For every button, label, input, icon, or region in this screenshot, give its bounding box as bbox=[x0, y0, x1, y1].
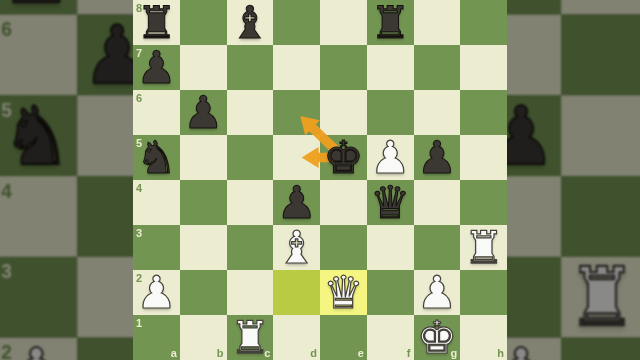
square-b7[interactable] bbox=[180, 45, 227, 90]
square-f2[interactable] bbox=[367, 270, 414, 315]
piece-black-pawn-a7[interactable]: ♟ bbox=[133, 45, 180, 90]
square-c3[interactable] bbox=[227, 225, 274, 270]
square-d1[interactable]: d bbox=[273, 315, 320, 360]
piece-white-rook-h3[interactable]: ♜ bbox=[460, 225, 507, 270]
square-h7[interactable] bbox=[460, 45, 507, 90]
square-h2[interactable] bbox=[460, 270, 507, 315]
bg-square-a4: 4 bbox=[0, 176, 77, 257]
square-c8[interactable]: ♝ bbox=[227, 0, 274, 45]
square-a1[interactable]: 1a bbox=[133, 315, 180, 360]
file-label-d: d bbox=[310, 347, 317, 359]
square-g7[interactable] bbox=[414, 45, 461, 90]
square-g1[interactable]: g♚ bbox=[414, 315, 461, 360]
square-g3[interactable] bbox=[414, 225, 461, 270]
square-d8[interactable] bbox=[273, 0, 320, 45]
square-a7[interactable]: 7♟ bbox=[133, 45, 180, 90]
piece-white-queen-e2[interactable]: ♛ bbox=[320, 270, 367, 315]
rank-label-5: 5 bbox=[1, 99, 12, 121]
bg-square-a6: 6 bbox=[0, 15, 77, 96]
square-d5[interactable] bbox=[273, 135, 320, 180]
square-g2[interactable]: ♟ bbox=[414, 270, 461, 315]
square-b1[interactable]: b bbox=[180, 315, 227, 360]
square-e2[interactable]: ♛ bbox=[320, 270, 367, 315]
square-e8[interactable] bbox=[320, 0, 367, 45]
square-f4[interactable]: ♛ bbox=[367, 180, 414, 225]
file-label-f: f bbox=[407, 347, 411, 359]
piece-white-rook-h3-bg: ♜ bbox=[561, 257, 640, 338]
file-label-a: a bbox=[171, 347, 177, 359]
piece-black-pawn-g5[interactable]: ♟ bbox=[414, 135, 461, 180]
file-label-b: b bbox=[217, 347, 224, 359]
bg-square-a7: 7♟ bbox=[0, 0, 77, 15]
bg-square-h7 bbox=[561, 0, 640, 15]
square-f3[interactable] bbox=[367, 225, 414, 270]
square-a3[interactable]: 3 bbox=[133, 225, 180, 270]
bg-square-h5 bbox=[561, 95, 640, 176]
square-a6[interactable]: 6 bbox=[133, 90, 180, 135]
square-c2[interactable] bbox=[227, 270, 274, 315]
square-a4[interactable]: 4 bbox=[133, 180, 180, 225]
square-g8[interactable] bbox=[414, 0, 461, 45]
square-d3[interactable]: ♝ bbox=[273, 225, 320, 270]
rank-label-3: 3 bbox=[1, 260, 12, 282]
piece-white-rook-c1[interactable]: ♜ bbox=[227, 315, 274, 360]
piece-white-pawn-a2-bg: ♟ bbox=[0, 338, 77, 360]
square-c5[interactable] bbox=[227, 135, 274, 180]
square-b4[interactable] bbox=[180, 180, 227, 225]
piece-white-pawn-a2[interactable]: ♟ bbox=[133, 270, 180, 315]
bg-square-h2 bbox=[561, 338, 640, 360]
square-h1[interactable]: h bbox=[460, 315, 507, 360]
file-label-h: h bbox=[497, 347, 504, 359]
square-g5[interactable]: ♟ bbox=[414, 135, 461, 180]
square-c4[interactable] bbox=[227, 180, 274, 225]
square-b3[interactable] bbox=[180, 225, 227, 270]
piece-black-pawn-d4[interactable]: ♟ bbox=[273, 180, 320, 225]
square-e4[interactable] bbox=[320, 180, 367, 225]
square-b8[interactable] bbox=[180, 0, 227, 45]
bg-square-h6 bbox=[561, 15, 640, 96]
square-d4[interactable]: ♟ bbox=[273, 180, 320, 225]
piece-black-knight-a5-bg: ♞ bbox=[0, 95, 77, 176]
square-f8[interactable]: ♜ bbox=[367, 0, 414, 45]
rank-label-4: 4 bbox=[1, 180, 12, 202]
square-a2[interactable]: 2♟ bbox=[133, 270, 180, 315]
square-h5[interactable] bbox=[460, 135, 507, 180]
piece-black-queen-f4[interactable]: ♛ bbox=[367, 180, 414, 225]
square-f5[interactable]: ♟ bbox=[367, 135, 414, 180]
square-e1[interactable]: e bbox=[320, 315, 367, 360]
bg-square-a3: 3 bbox=[0, 257, 77, 338]
piece-white-pawn-f5[interactable]: ♟ bbox=[367, 135, 414, 180]
bg-square-a5: 5♞ bbox=[0, 95, 77, 176]
square-e6[interactable] bbox=[320, 90, 367, 135]
square-a5[interactable]: 5♞ bbox=[133, 135, 180, 180]
square-f6[interactable] bbox=[367, 90, 414, 135]
bg-square-a2: 2♟ bbox=[0, 338, 77, 360]
rank-label-3: 3 bbox=[136, 227, 142, 239]
square-b2[interactable] bbox=[180, 270, 227, 315]
square-b6[interactable]: ♟ bbox=[180, 90, 227, 135]
square-b5[interactable] bbox=[180, 135, 227, 180]
square-d7[interactable] bbox=[273, 45, 320, 90]
square-h8[interactable] bbox=[460, 0, 507, 45]
square-d2[interactable] bbox=[273, 270, 320, 315]
video-frame: 8♜♝♜7♟6♟5♞♚♟♟4♟♛3♝♜2♟♛♟1abc♜defg♚h 8♜♝♜7… bbox=[0, 0, 640, 360]
file-label-e: e bbox=[358, 347, 364, 359]
square-h6[interactable] bbox=[460, 90, 507, 135]
piece-black-pawn-b6[interactable]: ♟ bbox=[180, 90, 227, 135]
piece-white-bishop-d3[interactable]: ♝ bbox=[273, 225, 320, 270]
piece-black-rook-a8[interactable]: ♜ bbox=[133, 0, 180, 45]
piece-black-bishop-c8[interactable]: ♝ bbox=[227, 0, 274, 45]
piece-black-knight-a5[interactable]: ♞ bbox=[133, 135, 180, 180]
square-g6[interactable] bbox=[414, 90, 461, 135]
square-e5[interactable]: ♚ bbox=[320, 135, 367, 180]
square-e7[interactable] bbox=[320, 45, 367, 90]
chess-board: 8♜♝♜7♟6♟5♞♚♟♟4♟♛3♝♜2♟♛♟1abc♜defg♚h bbox=[133, 0, 507, 360]
square-c6[interactable] bbox=[227, 90, 274, 135]
square-h3[interactable]: ♜ bbox=[460, 225, 507, 270]
square-h4[interactable] bbox=[460, 180, 507, 225]
rank-label-2: 2 bbox=[1, 341, 12, 360]
square-d6[interactable] bbox=[273, 90, 320, 135]
square-c7[interactable] bbox=[227, 45, 274, 90]
piece-black-pawn-a7-bg: ♟ bbox=[0, 0, 77, 15]
bg-square-h4 bbox=[561, 176, 640, 257]
piece-black-king-e5[interactable]: ♚ bbox=[320, 135, 367, 180]
square-f1[interactable]: f bbox=[367, 315, 414, 360]
main-board-layer: 8♜♝♜7♟6♟5♞♚♟♟4♟♛3♝♜2♟♛♟1abc♜defg♚h bbox=[133, 0, 507, 360]
square-a8[interactable]: 8♜ bbox=[133, 0, 180, 45]
piece-white-king-g1[interactable]: ♚ bbox=[414, 315, 461, 360]
square-f7[interactable] bbox=[367, 45, 414, 90]
piece-white-pawn-g2[interactable]: ♟ bbox=[414, 270, 461, 315]
square-c1[interactable]: c♜ bbox=[227, 315, 274, 360]
bg-square-h3: ♜ bbox=[561, 257, 640, 338]
square-e3[interactable] bbox=[320, 225, 367, 270]
piece-black-rook-f8[interactable]: ♜ bbox=[367, 0, 414, 45]
square-g4[interactable] bbox=[414, 180, 461, 225]
rank-label-6: 6 bbox=[1, 18, 12, 40]
